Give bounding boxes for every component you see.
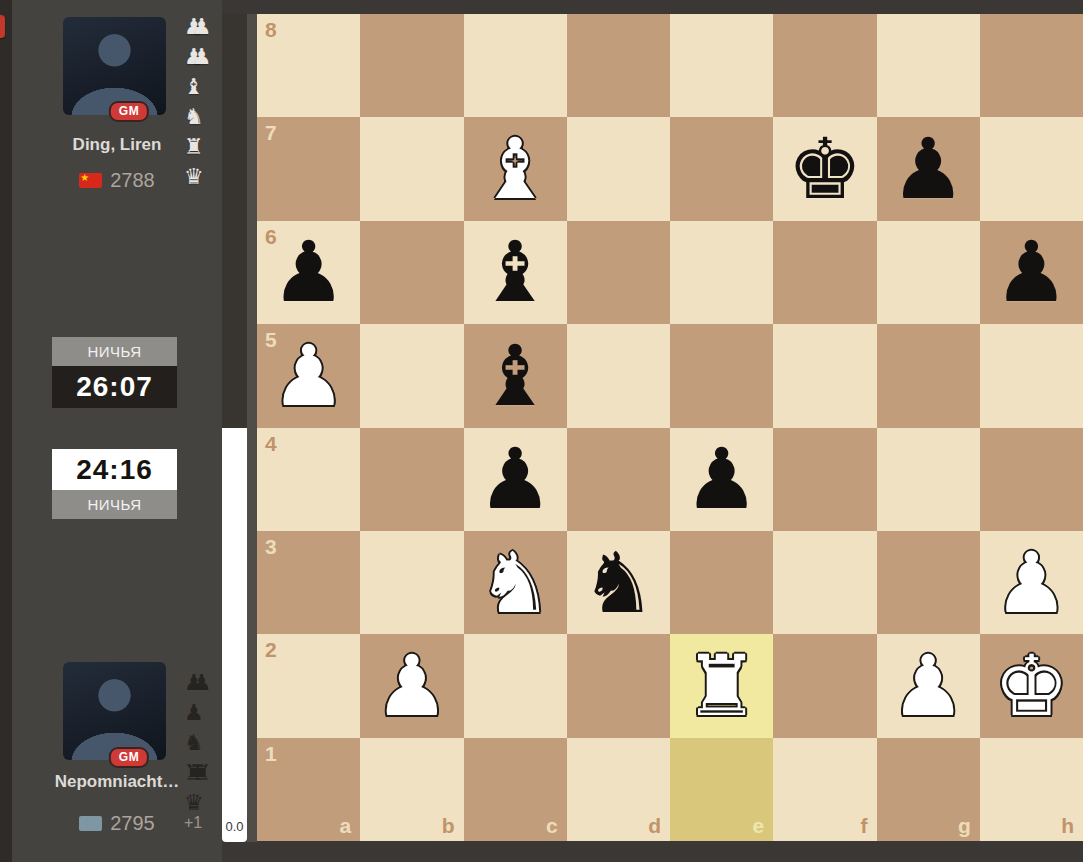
flag-star-icon: ★ — [80, 170, 89, 185]
square-a6[interactable]: 6♟ — [257, 221, 360, 324]
file-label-b: b — [442, 814, 455, 838]
square-h3[interactable]: ♟ — [980, 531, 1083, 634]
square-g8[interactable] — [877, 14, 980, 117]
square-f7[interactable]: ♚ — [773, 117, 876, 220]
square-g2[interactable]: ♟ — [877, 634, 980, 737]
piece-white-bishop[interactable]: ♝ — [464, 117, 567, 220]
captured-group: ♟♟ — [184, 670, 211, 695]
result-status-bottom: НИЧЬЯ — [52, 490, 177, 519]
square-e4[interactable]: ♟ — [670, 428, 773, 531]
square-d7[interactable] — [567, 117, 670, 220]
piece-white-rook[interactable]: ♜ — [670, 634, 773, 737]
piece-black-king[interactable]: ♚ — [773, 117, 876, 220]
square-f1[interactable]: f — [773, 738, 876, 841]
square-b5[interactable] — [360, 324, 463, 427]
square-h2[interactable]: ♚ — [980, 634, 1083, 737]
rank-label-7: 7 — [265, 121, 277, 145]
captured-pawn-icon: ♟ — [192, 670, 212, 695]
square-c5[interactable]: ♝ — [464, 324, 567, 427]
piece-black-pawn[interactable]: ♟ — [670, 428, 773, 531]
square-b6[interactable] — [360, 221, 463, 324]
captured-pieces-top: ♟♟♟♟♝♞♜♛ — [184, 14, 211, 189]
avatar-bottom-player — [63, 662, 166, 760]
square-a2[interactable]: 2 — [257, 634, 360, 737]
square-c3[interactable]: ♞ — [464, 531, 567, 634]
rank-label-3: 3 — [265, 535, 277, 559]
square-e6[interactable] — [670, 221, 773, 324]
square-f8[interactable] — [773, 14, 876, 117]
player-rating-top: 2788 — [110, 169, 155, 192]
file-label-e: e — [753, 814, 765, 838]
file-label-f: f — [861, 814, 868, 838]
avatar-top-player — [63, 17, 166, 115]
file-label-a: a — [340, 814, 352, 838]
captured-pieces-bottom: ♟♟♟♞♜♜♛ — [184, 670, 211, 815]
file-label-g: g — [958, 814, 971, 838]
square-d5[interactable] — [567, 324, 670, 427]
piece-white-pawn[interactable]: ♟ — [877, 634, 980, 737]
rank-label-2: 2 — [265, 638, 277, 662]
square-c8[interactable] — [464, 14, 567, 117]
square-a1[interactable]: 1a — [257, 738, 360, 841]
eval-bar-black-section — [222, 14, 247, 428]
file-label-h: h — [1061, 814, 1074, 838]
square-d2[interactable] — [567, 634, 670, 737]
square-g1[interactable]: g — [877, 738, 980, 841]
captured-group: ♜ — [184, 134, 211, 159]
square-d4[interactable] — [567, 428, 670, 531]
captured-queen-icon: ♛ — [184, 790, 204, 815]
square-c7[interactable]: ♝ — [464, 117, 567, 220]
player-rating-bottom: 2795 — [110, 812, 155, 835]
square-h7[interactable] — [980, 117, 1083, 220]
square-e8[interactable] — [670, 14, 773, 117]
eval-bar: 0.0 — [222, 14, 247, 842]
square-b7[interactable] — [360, 117, 463, 220]
eval-score: 0.0 — [222, 819, 247, 834]
captured-group: ♞ — [184, 104, 211, 129]
square-g5[interactable] — [877, 324, 980, 427]
square-g4[interactable] — [877, 428, 980, 531]
square-f4[interactable] — [773, 428, 876, 531]
captured-rook-icon: ♜ — [184, 134, 204, 159]
captured-group: ♟ — [184, 700, 211, 725]
material-advantage: +1 — [184, 814, 224, 832]
captured-rook-icon: ♜ — [192, 760, 212, 785]
captured-group: ♟♟ — [184, 14, 211, 39]
square-e2[interactable]: ♜ — [670, 634, 773, 737]
result-status-top: НИЧЬЯ — [52, 337, 177, 366]
square-f5[interactable] — [773, 324, 876, 427]
piece-white-pawn[interactable]: ♟ — [257, 324, 360, 427]
square-f6[interactable] — [773, 221, 876, 324]
square-d3[interactable]: ♞ — [567, 531, 670, 634]
square-a5[interactable]: 5♟ — [257, 324, 360, 427]
piece-black-bishop[interactable]: ♝ — [464, 324, 567, 427]
file-label-c: c — [546, 814, 558, 838]
square-a4[interactable]: 4 — [257, 428, 360, 531]
square-h8[interactable] — [980, 14, 1083, 117]
square-d1[interactable]: d — [567, 738, 670, 841]
clock-white: 24:16 — [52, 449, 177, 490]
square-h5[interactable] — [980, 324, 1083, 427]
square-e1[interactable]: e — [670, 738, 773, 841]
piece-black-knight[interactable]: ♞ — [567, 531, 670, 634]
square-e3[interactable] — [670, 531, 773, 634]
captured-knight-icon: ♞ — [184, 104, 204, 129]
piece-white-knight[interactable]: ♞ — [464, 531, 567, 634]
piece-black-bishop[interactable]: ♝ — [464, 221, 567, 324]
piece-black-pawn[interactable]: ♟ — [877, 117, 980, 220]
square-f3[interactable] — [773, 531, 876, 634]
rank-label-8: 8 — [265, 18, 277, 42]
captured-group: ♟♟ — [184, 44, 211, 69]
square-c1[interactable]: c — [464, 738, 567, 841]
square-f2[interactable] — [773, 634, 876, 737]
square-b1[interactable]: b — [360, 738, 463, 841]
square-g7[interactable]: ♟ — [877, 117, 980, 220]
square-h4[interactable] — [980, 428, 1083, 531]
captured-group: ♞ — [184, 730, 211, 755]
piece-white-pawn[interactable]: ♟ — [980, 531, 1083, 634]
square-b8[interactable] — [360, 14, 463, 117]
fide-flag-icon — [79, 816, 102, 831]
captured-pawn-icon: ♟ — [192, 14, 212, 39]
square-d6[interactable] — [567, 221, 670, 324]
captured-group: ♛ — [184, 790, 211, 815]
rank-label-1: 1 — [265, 742, 277, 766]
file-label-d: d — [648, 814, 661, 838]
sidebar: GM Ding, Liren ★ 2788 ♟♟♟♟♝♞♜♛ НИЧЬЯ 26:… — [12, 0, 222, 862]
notification-tab[interactable] — [0, 15, 5, 38]
square-e5[interactable] — [670, 324, 773, 427]
square-b3[interactable] — [360, 531, 463, 634]
square-a3[interactable]: 3 — [257, 531, 360, 634]
title-badge-top: GM — [109, 101, 149, 122]
eval-gutter — [247, 14, 257, 842]
clock-black: 26:07 — [52, 366, 177, 408]
piece-black-pawn[interactable]: ♟ — [464, 428, 567, 531]
square-d8[interactable] — [567, 14, 670, 117]
title-badge-bottom: GM — [109, 747, 149, 768]
square-b4[interactable] — [360, 428, 463, 531]
captured-group: ♜♜ — [184, 760, 211, 785]
captured-pawn-icon: ♟ — [192, 44, 212, 69]
square-h1[interactable]: h — [980, 738, 1083, 841]
captured-bishop-icon: ♝ — [184, 74, 204, 99]
captured-pawn-icon: ♟ — [184, 700, 204, 725]
captured-knight-icon: ♞ — [184, 730, 204, 755]
square-e7[interactable] — [670, 117, 773, 220]
left-rail — [0, 0, 12, 862]
board: 87♝♚♟6♟♝♟5♟♝4♟♟3♞♞♟2♟♜♟♚1abcdefgh — [257, 14, 1083, 841]
square-c6[interactable]: ♝ — [464, 221, 567, 324]
square-c2[interactable] — [464, 634, 567, 737]
square-c4[interactable]: ♟ — [464, 428, 567, 531]
piece-black-pawn[interactable]: ♟ — [257, 221, 360, 324]
piece-white-pawn[interactable]: ♟ — [360, 634, 463, 737]
square-b2[interactable]: ♟ — [360, 634, 463, 737]
captured-group: ♛ — [184, 164, 211, 189]
piece-white-king[interactable]: ♚ — [980, 634, 1083, 737]
captured-queen-icon: ♛ — [184, 164, 204, 189]
square-g3[interactable] — [877, 531, 980, 634]
eval-bar-white-section: 0.0 — [222, 428, 247, 842]
square-h6[interactable]: ♟ — [980, 221, 1083, 324]
china-flag-icon: ★ — [79, 173, 102, 188]
captured-group: ♝ — [184, 74, 211, 99]
rank-label-4: 4 — [265, 432, 277, 456]
square-a8[interactable]: 8 — [257, 14, 360, 117]
piece-black-pawn[interactable]: ♟ — [980, 221, 1083, 324]
square-g6[interactable] — [877, 221, 980, 324]
square-a7[interactable]: 7 — [257, 117, 360, 220]
